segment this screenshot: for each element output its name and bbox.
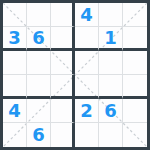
sudoku-cell-r3c4[interactable] bbox=[75, 51, 99, 75]
sudoku-cell-r4c6[interactable] bbox=[123, 75, 147, 99]
sudoku-cell-r6c6[interactable] bbox=[123, 123, 147, 147]
given-digit: 6 bbox=[32, 126, 45, 144]
sudoku-cell-r2c5[interactable]: 1 bbox=[99, 27, 123, 51]
sudoku-cell-r6c3[interactable] bbox=[51, 123, 75, 147]
sudoku-cell-r1c3[interactable] bbox=[51, 3, 75, 27]
sudoku-cell-r3c5[interactable] bbox=[99, 51, 123, 75]
sudoku-cell-r5c5[interactable]: 6 bbox=[99, 99, 123, 123]
sudoku-cell-r3c1[interactable] bbox=[3, 51, 27, 75]
sudoku-cell-r1c4[interactable]: 4 bbox=[75, 3, 99, 27]
sudoku-cell-r2c3[interactable] bbox=[51, 27, 75, 51]
sudoku-board: 43614266 bbox=[0, 0, 150, 150]
given-digit: 6 bbox=[104, 102, 117, 120]
sudoku-cell-r6c5[interactable] bbox=[99, 123, 123, 147]
sudoku-cell-r3c3[interactable] bbox=[51, 51, 75, 75]
given-digit: 4 bbox=[8, 102, 21, 120]
sudoku-cell-r1c5[interactable] bbox=[99, 3, 123, 27]
sudoku-cell-r4c1[interactable] bbox=[3, 75, 27, 99]
sudoku-cell-r5c1[interactable]: 4 bbox=[3, 99, 27, 123]
sudoku-cell-r5c3[interactable] bbox=[51, 99, 75, 123]
given-digit: 2 bbox=[80, 102, 93, 120]
sudoku-cell-r2c6[interactable] bbox=[123, 27, 147, 51]
sudoku-cell-r1c2[interactable] bbox=[27, 3, 51, 27]
sudoku-cell-r6c4[interactable] bbox=[75, 123, 99, 147]
sudoku-cell-r1c1[interactable] bbox=[3, 3, 27, 27]
sudoku-cell-r6c1[interactable] bbox=[3, 123, 27, 147]
given-digit: 4 bbox=[80, 6, 93, 24]
sudoku-cell-r3c2[interactable] bbox=[27, 51, 51, 75]
sudoku-cell-r4c2[interactable] bbox=[27, 75, 51, 99]
sudoku-cell-r1c6[interactable] bbox=[123, 3, 147, 27]
given-digit: 3 bbox=[8, 29, 21, 47]
sudoku-cell-r5c6[interactable] bbox=[123, 99, 147, 123]
sudoku-cell-r5c4[interactable]: 2 bbox=[75, 99, 99, 123]
given-digit: 1 bbox=[104, 29, 117, 47]
sudoku-cell-r2c2[interactable]: 6 bbox=[27, 27, 51, 51]
sudoku-cell-r3c6[interactable] bbox=[123, 51, 147, 75]
sudoku-cell-r2c4[interactable] bbox=[75, 27, 99, 51]
sudoku-cell-r4c5[interactable] bbox=[99, 75, 123, 99]
given-digit: 6 bbox=[32, 29, 45, 47]
sudoku-cell-r5c2[interactable] bbox=[27, 99, 51, 123]
sudoku-cell-r6c2[interactable]: 6 bbox=[27, 123, 51, 147]
sudoku-cell-r4c3[interactable] bbox=[51, 75, 75, 99]
sudoku-cell-r2c1[interactable]: 3 bbox=[3, 27, 27, 51]
sudoku-cell-r4c4[interactable] bbox=[75, 75, 99, 99]
